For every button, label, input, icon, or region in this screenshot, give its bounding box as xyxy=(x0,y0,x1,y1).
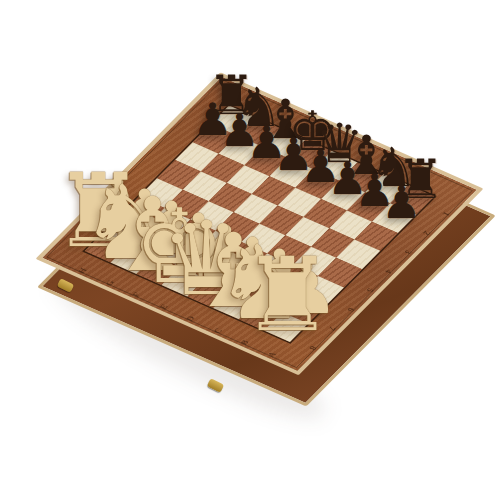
product-photo-scene: HGFEDCBA12345678 ♜♞♝♚♛♝♞♜♟♟♟♟♟♟♟♟♟♟♟♟♟♟♟… xyxy=(0,0,500,500)
chess-board: HGFEDCBA12345678 xyxy=(35,72,483,375)
